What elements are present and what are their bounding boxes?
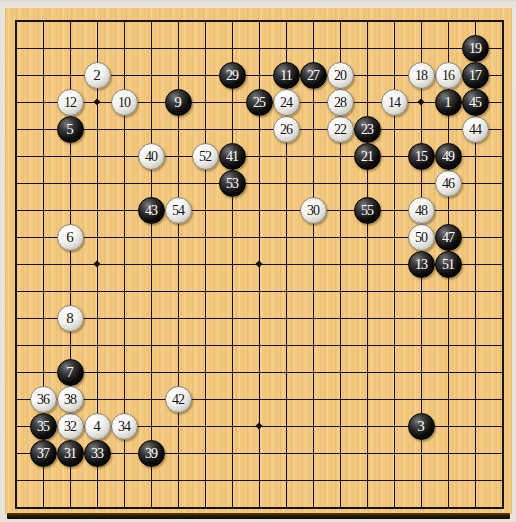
stone-black-51: 51: [435, 251, 462, 278]
stone-white-8: 8: [57, 305, 84, 332]
move-number: 24: [280, 89, 292, 116]
move-number: 48: [415, 197, 427, 224]
stone-black-19: 19: [462, 35, 489, 62]
stone-black-31: 31: [57, 440, 84, 467]
stone-white-52: 52: [192, 143, 219, 170]
stone-white-20: 20: [327, 62, 354, 89]
move-number: 5: [66, 116, 74, 143]
stone-black-25: 25: [246, 89, 273, 116]
move-number: 11: [280, 62, 291, 89]
move-number: 9: [174, 89, 182, 116]
stone-black-53: 53: [219, 170, 246, 197]
move-number: 40: [145, 143, 157, 170]
move-number: 8: [66, 305, 74, 332]
move-number: 31: [64, 440, 76, 467]
stone-white-42: 42: [165, 386, 192, 413]
move-number: 34: [118, 413, 130, 440]
stone-black-21: 21: [354, 143, 381, 170]
stone-white-10: 10: [111, 89, 138, 116]
stone-black-45: 45: [462, 89, 489, 116]
move-number: 16: [442, 62, 454, 89]
move-number: 53: [226, 170, 238, 197]
move-number: 13: [415, 251, 427, 278]
move-number: 44: [469, 116, 481, 143]
move-number: 47: [442, 224, 454, 251]
stone-black-7: 7: [57, 359, 84, 386]
stone-white-50: 50: [408, 224, 435, 251]
move-number: 3: [417, 413, 425, 440]
move-number: 43: [145, 197, 157, 224]
stone-white-48: 48: [408, 197, 435, 224]
stone-black-47: 47: [435, 224, 462, 251]
move-number: 6: [66, 224, 74, 251]
move-number: 26: [280, 116, 292, 143]
stone-black-15: 15: [408, 143, 435, 170]
move-number: 27: [307, 62, 319, 89]
move-number: 7: [66, 359, 74, 386]
move-number: 19: [469, 35, 481, 62]
stone-black-3: 3: [408, 413, 435, 440]
move-number: 51: [442, 251, 454, 278]
move-number: 21: [361, 143, 373, 170]
stone-white-26: 26: [273, 116, 300, 143]
move-number: 15: [415, 143, 427, 170]
stone-white-34: 34: [111, 413, 138, 440]
move-number: 32: [64, 413, 76, 440]
move-number: 50: [415, 224, 427, 251]
move-number: 37: [37, 440, 49, 467]
stone-black-35: 35: [30, 413, 57, 440]
move-number: 10: [118, 89, 130, 116]
stone-white-44: 44: [462, 116, 489, 143]
stone-black-23: 23: [354, 116, 381, 143]
move-number: 55: [361, 197, 373, 224]
stone-black-29: 29: [219, 62, 246, 89]
stone-black-41: 41: [219, 143, 246, 170]
move-number: 2: [93, 62, 101, 89]
stone-white-16: 16: [435, 62, 462, 89]
move-number: 4: [93, 413, 101, 440]
move-number: 49: [442, 143, 454, 170]
stone-white-22: 22: [327, 116, 354, 143]
move-number: 52: [199, 143, 211, 170]
stone-black-39: 39: [138, 440, 165, 467]
move-number: 29: [226, 62, 238, 89]
stone-white-54: 54: [165, 197, 192, 224]
stone-black-5: 5: [57, 116, 84, 143]
go-board-diagram: 1234567891011121314151617181920212223242…: [0, 0, 516, 522]
stone-black-9: 9: [165, 89, 192, 116]
stone-white-6: 6: [57, 224, 84, 251]
stone-white-38: 38: [57, 386, 84, 413]
stone-white-12: 12: [57, 89, 84, 116]
move-number: 23: [361, 116, 373, 143]
move-number: 45: [469, 89, 481, 116]
move-number: 39: [145, 440, 157, 467]
move-number: 35: [37, 413, 49, 440]
stone-black-37: 37: [30, 440, 57, 467]
stone-black-13: 13: [408, 251, 435, 278]
move-number: 17: [469, 62, 481, 89]
stone-white-28: 28: [327, 89, 354, 116]
stone-white-4: 4: [84, 413, 111, 440]
move-number: 22: [334, 116, 346, 143]
stone-black-33: 33: [84, 440, 111, 467]
stone-white-36: 36: [30, 386, 57, 413]
stone-white-40: 40: [138, 143, 165, 170]
move-number: 54: [172, 197, 184, 224]
stone-black-11: 11: [273, 62, 300, 89]
move-number: 14: [388, 89, 400, 116]
stone-white-2: 2: [84, 62, 111, 89]
move-number: 41: [226, 143, 238, 170]
stone-black-17: 17: [462, 62, 489, 89]
stone-black-27: 27: [300, 62, 327, 89]
stone-white-24: 24: [273, 89, 300, 116]
stone-white-46: 46: [435, 170, 462, 197]
move-number: 38: [64, 386, 76, 413]
board-bottom-edge: [7, 513, 510, 519]
move-number: 25: [253, 89, 265, 116]
move-number: 36: [37, 386, 49, 413]
stone-black-43: 43: [138, 197, 165, 224]
move-number: 18: [415, 62, 427, 89]
stone-black-49: 49: [435, 143, 462, 170]
move-number: 46: [442, 170, 454, 197]
move-number: 20: [334, 62, 346, 89]
move-number: 30: [307, 197, 319, 224]
stone-white-14: 14: [381, 89, 408, 116]
stone-black-1: 1: [435, 89, 462, 116]
move-number: 33: [91, 440, 103, 467]
move-number: 42: [172, 386, 184, 413]
move-number: 12: [64, 89, 76, 116]
stone-white-32: 32: [57, 413, 84, 440]
move-number: 1: [444, 89, 452, 116]
stone-black-55: 55: [354, 197, 381, 224]
stone-white-18: 18: [408, 62, 435, 89]
stone-white-30: 30: [300, 197, 327, 224]
move-number: 28: [334, 89, 346, 116]
